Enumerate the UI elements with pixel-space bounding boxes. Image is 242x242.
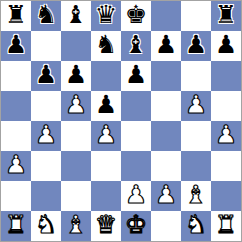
square-h8[interactable]: ♜ [211, 1, 241, 31]
piece-white-bishop: ♝ [65, 211, 87, 240]
square-d5[interactable]: ♟ [91, 91, 121, 121]
square-a6[interactable] [1, 61, 31, 91]
square-g6[interactable] [181, 61, 211, 91]
square-d6[interactable] [91, 61, 121, 91]
piece-black-pawn: ♟ [125, 61, 147, 90]
square-f7[interactable]: ♟ [151, 31, 181, 61]
piece-black-bishop: ♝ [65, 1, 87, 30]
piece-white-pawn: ♟ [35, 121, 57, 150]
square-b5[interactable] [31, 91, 61, 121]
piece-black-knight: ♞ [95, 31, 117, 60]
square-e6[interactable]: ♟ [121, 61, 151, 91]
piece-white-pawn: ♟ [155, 181, 177, 210]
piece-white-pawn: ♟ [185, 91, 207, 120]
square-e8[interactable]: ♚ [121, 1, 151, 31]
square-g4[interactable] [181, 121, 211, 151]
square-e1[interactable]: ♚ [121, 211, 151, 241]
square-g5[interactable]: ♟ [181, 91, 211, 121]
square-c3[interactable] [61, 151, 91, 181]
piece-white-bishop: ♝ [185, 181, 207, 210]
square-d3[interactable] [91, 151, 121, 181]
square-f6[interactable] [151, 61, 181, 91]
square-b4[interactable]: ♟ [31, 121, 61, 151]
square-a1[interactable]: ♜ [1, 211, 31, 241]
square-h4[interactable]: ♟ [211, 121, 241, 151]
piece-white-knight: ♞ [185, 211, 207, 240]
square-g3[interactable] [181, 151, 211, 181]
piece-white-pawn: ♟ [125, 181, 147, 210]
piece-black-bishop: ♝ [125, 31, 147, 60]
square-e7[interactable]: ♝ [121, 31, 151, 61]
piece-black-pawn: ♟ [95, 91, 117, 120]
piece-black-rook: ♜ [5, 1, 27, 30]
square-g2[interactable]: ♝ [181, 181, 211, 211]
piece-white-king: ♚ [125, 211, 147, 240]
square-b8[interactable]: ♞ [31, 1, 61, 31]
square-e3[interactable] [121, 151, 151, 181]
square-e4[interactable] [121, 121, 151, 151]
square-f8[interactable] [151, 1, 181, 31]
chess-board: ♜♞♝♛♚♜♟♞♝♟♟♟♟♟♟♟♟♟♟♟♟♟♟♟♝♜♞♝♛♚♞♜ [0, 0, 242, 242]
piece-black-pawn: ♟ [65, 61, 87, 90]
square-h5[interactable] [211, 91, 241, 121]
square-e5[interactable] [121, 91, 151, 121]
square-d7[interactable]: ♞ [91, 31, 121, 61]
piece-white-pawn: ♟ [215, 121, 237, 150]
piece-white-rook: ♜ [5, 211, 27, 240]
square-b7[interactable] [31, 31, 61, 61]
square-h7[interactable]: ♟ [211, 31, 241, 61]
square-h6[interactable] [211, 61, 241, 91]
square-c8[interactable]: ♝ [61, 1, 91, 31]
square-h3[interactable] [211, 151, 241, 181]
square-f3[interactable] [151, 151, 181, 181]
piece-black-pawn: ♟ [35, 61, 57, 90]
square-c5[interactable]: ♟ [61, 91, 91, 121]
square-d4[interactable]: ♟ [91, 121, 121, 151]
square-g8[interactable] [181, 1, 211, 31]
piece-black-pawn: ♟ [215, 31, 237, 60]
piece-white-rook: ♜ [215, 211, 237, 240]
square-b1[interactable]: ♞ [31, 211, 61, 241]
square-f2[interactable]: ♟ [151, 181, 181, 211]
square-a4[interactable] [1, 121, 31, 151]
square-b3[interactable] [31, 151, 61, 181]
square-h1[interactable]: ♜ [211, 211, 241, 241]
square-g7[interactable]: ♟ [181, 31, 211, 61]
piece-white-knight: ♞ [35, 211, 57, 240]
piece-black-rook: ♜ [215, 1, 237, 30]
piece-white-pawn: ♟ [65, 91, 87, 120]
square-c2[interactable] [61, 181, 91, 211]
square-b6[interactable]: ♟ [31, 61, 61, 91]
square-a8[interactable]: ♜ [1, 1, 31, 31]
square-c7[interactable] [61, 31, 91, 61]
piece-black-pawn: ♟ [155, 31, 177, 60]
square-a7[interactable]: ♟ [1, 31, 31, 61]
square-f1[interactable] [151, 211, 181, 241]
piece-white-queen: ♛ [95, 211, 117, 240]
piece-black-queen: ♛ [95, 1, 117, 30]
square-d1[interactable]: ♛ [91, 211, 121, 241]
square-a5[interactable] [1, 91, 31, 121]
square-f5[interactable] [151, 91, 181, 121]
piece-black-pawn: ♟ [5, 31, 27, 60]
square-e2[interactable]: ♟ [121, 181, 151, 211]
square-f4[interactable] [151, 121, 181, 151]
piece-black-pawn: ♟ [185, 31, 207, 60]
square-c6[interactable]: ♟ [61, 61, 91, 91]
piece-white-pawn: ♟ [95, 121, 117, 150]
square-c1[interactable]: ♝ [61, 211, 91, 241]
square-b2[interactable] [31, 181, 61, 211]
piece-black-king: ♚ [125, 1, 147, 30]
square-a2[interactable] [1, 181, 31, 211]
piece-white-pawn: ♟ [5, 151, 27, 180]
square-g1[interactable]: ♞ [181, 211, 211, 241]
square-d8[interactable]: ♛ [91, 1, 121, 31]
square-c4[interactable] [61, 121, 91, 151]
square-h2[interactable] [211, 181, 241, 211]
square-d2[interactable] [91, 181, 121, 211]
piece-black-knight: ♞ [35, 1, 57, 30]
square-a3[interactable]: ♟ [1, 151, 31, 181]
